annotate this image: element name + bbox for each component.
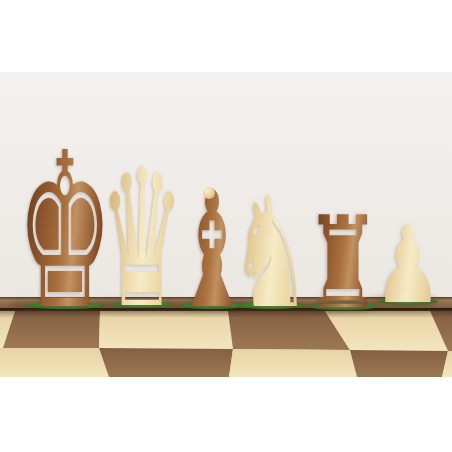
pawn-glyph: ♟: [374, 213, 442, 319]
rook-glyph: ♜: [304, 200, 381, 327]
board-square: [350, 350, 448, 377]
bishop-light-finial-ball: [203, 187, 215, 199]
board-square: [99, 348, 233, 377]
board-square: [229, 349, 357, 377]
chess-product-photo: ♚ ♛ ♝ ♞ ♜ ♟: [0, 0, 452, 452]
white-frame-bottom: [0, 377, 452, 452]
white-frame-top: [0, 0, 452, 72]
knight-glyph: ♞: [230, 178, 312, 330]
